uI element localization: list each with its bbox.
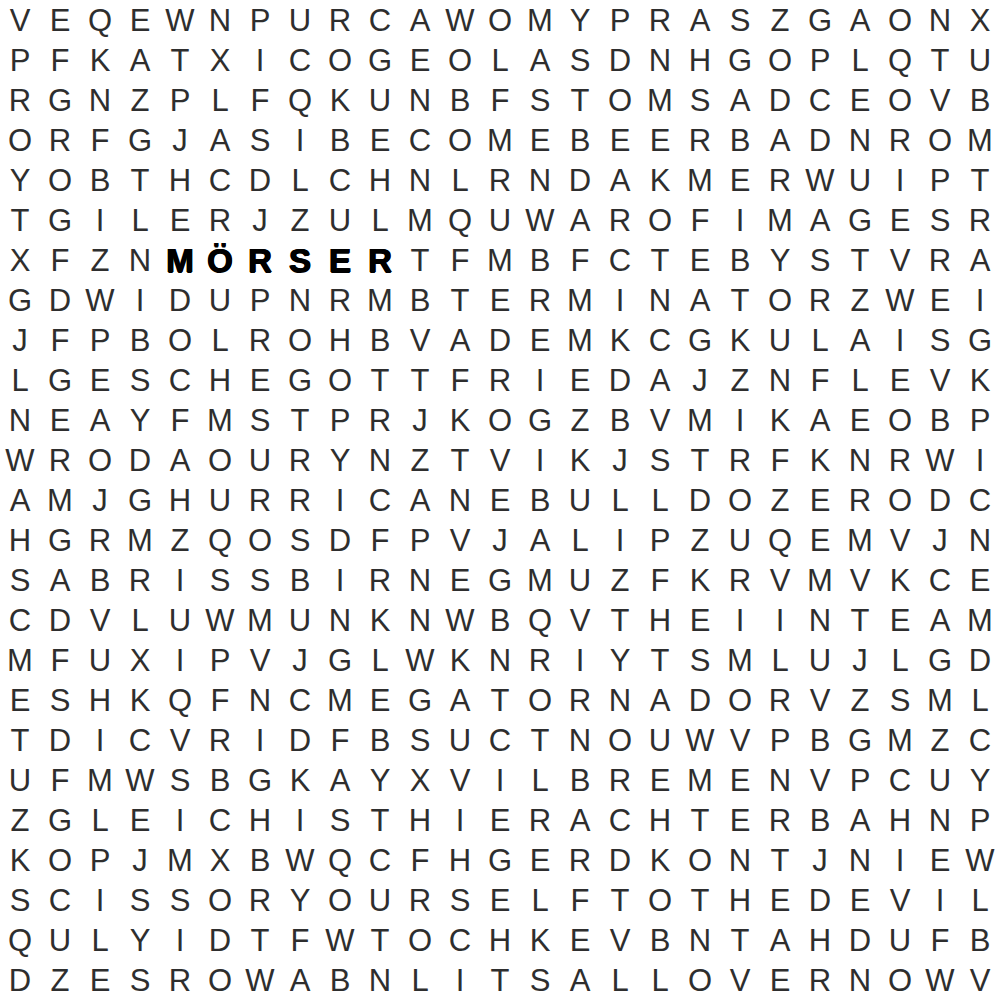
- grid-cell[interactable]: L: [360, 640, 400, 680]
- grid-cell[interactable]: F: [400, 840, 440, 880]
- grid-cell[interactable]: U: [240, 440, 280, 480]
- grid-cell[interactable]: S: [560, 40, 600, 80]
- grid-cell[interactable]: U: [360, 80, 400, 120]
- grid-cell[interactable]: B: [280, 560, 320, 600]
- grid-cell[interactable]: H: [360, 160, 400, 200]
- grid-cell[interactable]: I: [80, 720, 120, 760]
- grid-cell[interactable]: T: [440, 440, 480, 480]
- grid-cell[interactable]: F: [280, 920, 320, 960]
- grid-cell[interactable]: E: [160, 200, 200, 240]
- grid-cell[interactable]: W: [240, 960, 280, 1000]
- grid-cell[interactable]: G: [240, 760, 280, 800]
- grid-cell[interactable]: S: [680, 640, 720, 680]
- grid-cell[interactable]: Z: [0, 800, 40, 840]
- grid-cell[interactable]: U: [880, 920, 920, 960]
- grid-cell[interactable]: E: [240, 360, 280, 400]
- grid-cell[interactable]: Z: [920, 720, 960, 760]
- grid-cell[interactable]: H: [880, 800, 920, 840]
- grid-cell[interactable]: R: [760, 160, 800, 200]
- grid-cell[interactable]: C: [800, 80, 840, 120]
- grid-cell[interactable]: P: [960, 400, 1000, 440]
- grid-cell[interactable]: W: [520, 200, 560, 240]
- grid-cell[interactable]: M: [960, 600, 1000, 640]
- grid-cell[interactable]: K: [560, 440, 600, 480]
- grid-cell[interactable]: H: [440, 840, 480, 880]
- grid-cell[interactable]: E: [880, 600, 920, 640]
- grid-cell[interactable]: A: [560, 200, 600, 240]
- grid-cell[interactable]: T: [600, 600, 640, 640]
- grid-cell[interactable]: A: [0, 480, 40, 520]
- grid-cell[interactable]: B: [800, 720, 840, 760]
- grid-cell-highlighted[interactable]: R: [240, 240, 280, 280]
- grid-cell[interactable]: A: [400, 0, 440, 40]
- grid-cell[interactable]: M: [960, 120, 1000, 160]
- grid-cell[interactable]: P: [920, 160, 960, 200]
- grid-cell[interactable]: T: [240, 920, 280, 960]
- grid-cell[interactable]: G: [40, 200, 80, 240]
- grid-cell[interactable]: L: [600, 960, 640, 1000]
- grid-cell[interactable]: O: [80, 440, 120, 480]
- grid-cell[interactable]: E: [360, 680, 400, 720]
- grid-cell[interactable]: I: [600, 280, 640, 320]
- grid-cell[interactable]: R: [200, 200, 240, 240]
- grid-cell[interactable]: I: [720, 400, 760, 440]
- grid-cell[interactable]: Z: [760, 0, 800, 40]
- grid-cell[interactable]: A: [440, 320, 480, 360]
- grid-cell[interactable]: J: [480, 520, 520, 560]
- grid-cell[interactable]: D: [200, 920, 240, 960]
- grid-cell[interactable]: R: [400, 880, 440, 920]
- grid-cell[interactable]: A: [560, 800, 600, 840]
- grid-cell[interactable]: F: [80, 120, 120, 160]
- grid-cell[interactable]: F: [560, 240, 600, 280]
- grid-cell[interactable]: P: [200, 640, 240, 680]
- grid-cell[interactable]: Z: [560, 400, 600, 440]
- grid-cell[interactable]: M: [680, 400, 720, 440]
- grid-cell[interactable]: U: [840, 160, 880, 200]
- grid-cell[interactable]: R: [160, 960, 200, 1000]
- grid-cell[interactable]: K: [80, 40, 120, 80]
- grid-cell[interactable]: A: [800, 400, 840, 440]
- grid-cell[interactable]: S: [680, 80, 720, 120]
- grid-cell[interactable]: E: [880, 360, 920, 400]
- grid-cell[interactable]: P: [960, 800, 1000, 840]
- grid-cell[interactable]: R: [480, 360, 520, 400]
- grid-cell[interactable]: M: [680, 160, 720, 200]
- grid-cell[interactable]: S: [920, 200, 960, 240]
- grid-cell[interactable]: O: [880, 400, 920, 440]
- grid-cell[interactable]: Z: [720, 360, 760, 400]
- grid-cell[interactable]: V: [920, 360, 960, 400]
- grid-cell[interactable]: A: [40, 560, 80, 600]
- grid-cell[interactable]: A: [680, 0, 720, 40]
- grid-cell[interactable]: N: [480, 640, 520, 680]
- grid-cell[interactable]: U: [0, 760, 40, 800]
- grid-cell[interactable]: H: [160, 480, 200, 520]
- grid-cell[interactable]: R: [280, 480, 320, 520]
- grid-cell[interactable]: B: [720, 240, 760, 280]
- grid-cell[interactable]: N: [360, 440, 400, 480]
- grid-cell[interactable]: L: [520, 880, 560, 920]
- grid-cell[interactable]: D: [600, 40, 640, 80]
- grid-cell[interactable]: P: [600, 0, 640, 40]
- grid-cell[interactable]: S: [240, 120, 280, 160]
- grid-cell[interactable]: F: [480, 80, 520, 120]
- grid-cell[interactable]: N: [760, 760, 800, 800]
- grid-cell[interactable]: C: [960, 720, 1000, 760]
- grid-cell[interactable]: R: [520, 280, 560, 320]
- grid-cell[interactable]: V: [80, 600, 120, 640]
- grid-cell[interactable]: C: [360, 480, 400, 520]
- grid-cell[interactable]: E: [600, 120, 640, 160]
- grid-cell[interactable]: F: [640, 560, 680, 600]
- grid-cell[interactable]: B: [640, 920, 680, 960]
- grid-cell[interactable]: R: [480, 160, 520, 200]
- grid-cell[interactable]: K: [280, 760, 320, 800]
- grid-cell[interactable]: E: [440, 560, 480, 600]
- grid-cell-highlighted[interactable]: S: [280, 240, 320, 280]
- grid-cell[interactable]: E: [840, 400, 880, 440]
- grid-cell[interactable]: Z: [760, 480, 800, 520]
- grid-cell[interactable]: T: [520, 720, 560, 760]
- grid-cell[interactable]: S: [120, 960, 160, 1000]
- grid-cell[interactable]: M: [80, 760, 120, 800]
- grid-cell[interactable]: C: [320, 160, 360, 200]
- grid-cell[interactable]: D: [800, 120, 840, 160]
- grid-cell[interactable]: K: [800, 440, 840, 480]
- grid-cell[interactable]: E: [840, 880, 880, 920]
- grid-cell[interactable]: Z: [280, 200, 320, 240]
- grid-cell[interactable]: R: [720, 560, 760, 600]
- grid-cell[interactable]: O: [760, 280, 800, 320]
- grid-cell[interactable]: A: [520, 40, 560, 80]
- grid-cell[interactable]: T: [640, 640, 680, 680]
- grid-cell[interactable]: R: [840, 480, 880, 520]
- grid-cell[interactable]: C: [880, 760, 920, 800]
- grid-cell[interactable]: W: [440, 0, 480, 40]
- grid-cell[interactable]: E: [760, 880, 800, 920]
- grid-cell[interactable]: D: [40, 280, 80, 320]
- grid-cell[interactable]: H: [0, 520, 40, 560]
- grid-cell[interactable]: O: [720, 680, 760, 720]
- grid-cell[interactable]: W: [920, 960, 960, 1000]
- grid-cell[interactable]: G: [120, 480, 160, 520]
- grid-cell[interactable]: C: [0, 600, 40, 640]
- grid-cell[interactable]: G: [800, 0, 840, 40]
- grid-cell[interactable]: M: [240, 600, 280, 640]
- grid-cell[interactable]: A: [160, 440, 200, 480]
- grid-cell[interactable]: M: [0, 640, 40, 680]
- grid-cell[interactable]: M: [720, 640, 760, 680]
- grid-cell[interactable]: U: [280, 600, 320, 640]
- grid-cell[interactable]: N: [680, 920, 720, 960]
- grid-cell[interactable]: V: [560, 600, 600, 640]
- grid-cell[interactable]: S: [280, 520, 320, 560]
- grid-cell[interactable]: R: [920, 240, 960, 280]
- grid-cell[interactable]: A: [520, 520, 560, 560]
- grid-cell[interactable]: Z: [120, 80, 160, 120]
- grid-cell[interactable]: K: [120, 680, 160, 720]
- grid-cell[interactable]: R: [0, 80, 40, 120]
- grid-cell[interactable]: E: [560, 920, 600, 960]
- grid-cell[interactable]: R: [760, 800, 800, 840]
- grid-cell[interactable]: R: [560, 680, 600, 720]
- grid-cell[interactable]: I: [520, 440, 560, 480]
- grid-cell[interactable]: S: [40, 680, 80, 720]
- grid-cell[interactable]: O: [880, 960, 920, 1000]
- grid-cell[interactable]: T: [360, 800, 400, 840]
- grid-cell[interactable]: N: [960, 520, 1000, 560]
- grid-cell[interactable]: G: [840, 200, 880, 240]
- grid-cell[interactable]: O: [440, 120, 480, 160]
- grid-cell[interactable]: B: [600, 400, 640, 440]
- grid-cell[interactable]: B: [320, 960, 360, 1000]
- grid-cell[interactable]: V: [480, 440, 520, 480]
- grid-cell[interactable]: D: [480, 320, 520, 360]
- grid-cell[interactable]: J: [240, 200, 280, 240]
- grid-cell[interactable]: V: [880, 520, 920, 560]
- grid-cell[interactable]: V: [440, 760, 480, 800]
- grid-cell[interactable]: P: [80, 320, 120, 360]
- grid-cell[interactable]: L: [520, 760, 560, 800]
- grid-cell[interactable]: L: [800, 320, 840, 360]
- grid-cell[interactable]: E: [520, 320, 560, 360]
- grid-cell[interactable]: Y: [960, 760, 1000, 800]
- grid-cell[interactable]: U: [960, 40, 1000, 80]
- grid-cell[interactable]: E: [120, 0, 160, 40]
- grid-cell[interactable]: S: [0, 560, 40, 600]
- grid-cell[interactable]: X: [960, 0, 1000, 40]
- grid-cell[interactable]: L: [640, 480, 680, 520]
- grid-cell[interactable]: R: [960, 200, 1000, 240]
- grid-cell[interactable]: I: [880, 160, 920, 200]
- grid-cell[interactable]: I: [440, 800, 480, 840]
- grid-cell[interactable]: M: [520, 0, 560, 40]
- grid-cell[interactable]: S: [720, 0, 760, 40]
- grid-cell[interactable]: O: [680, 840, 720, 880]
- grid-cell[interactable]: R: [240, 880, 280, 920]
- grid-cell[interactable]: K: [760, 400, 800, 440]
- grid-cell[interactable]: G: [400, 680, 440, 720]
- grid-cell[interactable]: F: [800, 360, 840, 400]
- grid-cell[interactable]: E: [720, 800, 760, 840]
- grid-cell[interactable]: D: [680, 480, 720, 520]
- grid-cell[interactable]: R: [200, 720, 240, 760]
- grid-cell[interactable]: Q: [520, 600, 560, 640]
- grid-cell[interactable]: B: [800, 800, 840, 840]
- grid-cell[interactable]: D: [960, 640, 1000, 680]
- grid-cell[interactable]: S: [520, 80, 560, 120]
- grid-cell[interactable]: U: [920, 760, 960, 800]
- grid-cell[interactable]: U: [40, 920, 80, 960]
- grid-cell[interactable]: R: [40, 120, 80, 160]
- grid-cell[interactable]: U: [800, 640, 840, 680]
- grid-cell[interactable]: L: [280, 160, 320, 200]
- grid-cell[interactable]: L: [840, 360, 880, 400]
- grid-cell[interactable]: M: [680, 760, 720, 800]
- grid-cell[interactable]: K: [520, 920, 560, 960]
- grid-cell[interactable]: U: [80, 640, 120, 680]
- grid-cell[interactable]: M: [480, 120, 520, 160]
- grid-cell[interactable]: E: [120, 800, 160, 840]
- grid-cell[interactable]: S: [440, 880, 480, 920]
- grid-cell[interactable]: E: [680, 600, 720, 640]
- grid-cell[interactable]: V: [840, 560, 880, 600]
- grid-cell[interactable]: L: [120, 200, 160, 240]
- grid-cell[interactable]: O: [440, 40, 480, 80]
- grid-cell[interactable]: U: [640, 720, 680, 760]
- grid-cell[interactable]: T: [840, 240, 880, 280]
- grid-cell[interactable]: G: [280, 360, 320, 400]
- grid-cell[interactable]: F: [920, 920, 960, 960]
- grid-cell[interactable]: Y: [120, 920, 160, 960]
- grid-cell[interactable]: F: [680, 200, 720, 240]
- grid-cell[interactable]: N: [920, 0, 960, 40]
- grid-cell[interactable]: E: [720, 760, 760, 800]
- grid-cell[interactable]: I: [240, 40, 280, 80]
- grid-cell[interactable]: K: [440, 640, 480, 680]
- grid-cell[interactable]: A: [200, 120, 240, 160]
- grid-cell[interactable]: B: [920, 400, 960, 440]
- grid-cell[interactable]: P: [760, 720, 800, 760]
- grid-cell[interactable]: O: [200, 960, 240, 1000]
- grid-cell[interactable]: E: [640, 760, 680, 800]
- grid-cell[interactable]: I: [160, 560, 200, 600]
- grid-cell[interactable]: D: [920, 480, 960, 520]
- grid-cell[interactable]: V: [400, 320, 440, 360]
- grid-cell[interactable]: Q: [280, 80, 320, 120]
- grid-cell[interactable]: Y: [760, 240, 800, 280]
- grid-cell[interactable]: H: [800, 920, 840, 960]
- grid-cell[interactable]: N: [400, 600, 440, 640]
- grid-cell[interactable]: W: [880, 280, 920, 320]
- grid-cell[interactable]: B: [320, 120, 360, 160]
- grid-cell[interactable]: D: [840, 920, 880, 960]
- grid-cell[interactable]: E: [480, 480, 520, 520]
- grid-cell[interactable]: B: [960, 920, 1000, 960]
- grid-cell[interactable]: L: [640, 960, 680, 1000]
- grid-cell[interactable]: Q: [440, 200, 480, 240]
- grid-cell[interactable]: G: [0, 280, 40, 320]
- grid-cell[interactable]: I: [880, 840, 920, 880]
- grid-cell[interactable]: R: [880, 120, 920, 160]
- grid-cell[interactable]: C: [440, 920, 480, 960]
- grid-cell[interactable]: J: [120, 840, 160, 880]
- grid-cell[interactable]: I: [280, 800, 320, 840]
- grid-cell[interactable]: K: [720, 320, 760, 360]
- grid-cell[interactable]: T: [680, 800, 720, 840]
- grid-cell[interactable]: S: [160, 880, 200, 920]
- grid-cell[interactable]: N: [440, 480, 480, 520]
- grid-cell[interactable]: M: [880, 720, 920, 760]
- grid-cell-highlighted[interactable]: Ö: [200, 240, 240, 280]
- grid-cell[interactable]: E: [480, 880, 520, 920]
- grid-cell[interactable]: A: [920, 600, 960, 640]
- grid-cell[interactable]: O: [760, 40, 800, 80]
- grid-cell[interactable]: N: [600, 680, 640, 720]
- grid-cell[interactable]: Y: [280, 880, 320, 920]
- grid-cell[interactable]: H: [680, 40, 720, 80]
- grid-cell[interactable]: B: [80, 160, 120, 200]
- grid-cell[interactable]: N: [920, 800, 960, 840]
- grid-cell[interactable]: O: [200, 880, 240, 920]
- grid-cell[interactable]: K: [680, 560, 720, 600]
- grid-cell[interactable]: C: [480, 720, 520, 760]
- grid-cell[interactable]: D: [120, 440, 160, 480]
- grid-cell[interactable]: T: [560, 80, 600, 120]
- grid-cell[interactable]: U: [560, 560, 600, 600]
- grid-cell[interactable]: J: [280, 640, 320, 680]
- grid-cell[interactable]: L: [400, 960, 440, 1000]
- grid-cell[interactable]: F: [40, 640, 80, 680]
- grid-cell[interactable]: M: [40, 480, 80, 520]
- grid-cell[interactable]: N: [120, 240, 160, 280]
- grid-cell[interactable]: Y: [600, 640, 640, 680]
- grid-cell[interactable]: E: [720, 160, 760, 200]
- grid-cell[interactable]: I: [80, 880, 120, 920]
- grid-cell[interactable]: N: [280, 280, 320, 320]
- grid-cell[interactable]: E: [480, 280, 520, 320]
- grid-cell[interactable]: U: [280, 0, 320, 40]
- grid-cell[interactable]: M: [320, 680, 360, 720]
- grid-cell[interactable]: C: [160, 360, 200, 400]
- grid-cell[interactable]: Z: [600, 560, 640, 600]
- grid-cell[interactable]: A: [800, 200, 840, 240]
- grid-cell[interactable]: O: [680, 960, 720, 1000]
- grid-cell[interactable]: N: [760, 360, 800, 400]
- grid-cell[interactable]: I: [440, 960, 480, 1000]
- grid-cell[interactable]: M: [360, 280, 400, 320]
- grid-cell[interactable]: W: [320, 920, 360, 960]
- grid-cell[interactable]: T: [280, 400, 320, 440]
- grid-cell[interactable]: H: [80, 680, 120, 720]
- grid-cell[interactable]: E: [760, 960, 800, 1000]
- grid-cell[interactable]: S: [320, 800, 360, 840]
- grid-cell[interactable]: D: [680, 680, 720, 720]
- grid-cell[interactable]: G: [120, 120, 160, 160]
- grid-cell[interactable]: W: [680, 720, 720, 760]
- grid-cell[interactable]: N: [320, 600, 360, 640]
- grid-cell[interactable]: B: [520, 240, 560, 280]
- grid-cell[interactable]: L: [880, 640, 920, 680]
- grid-cell[interactable]: M: [560, 280, 600, 320]
- grid-cell[interactable]: J: [80, 480, 120, 520]
- grid-cell[interactable]: O: [0, 120, 40, 160]
- grid-cell[interactable]: S: [240, 560, 280, 600]
- grid-cell[interactable]: T: [640, 240, 680, 280]
- grid-cell[interactable]: K: [360, 600, 400, 640]
- grid-cell[interactable]: W: [0, 440, 40, 480]
- grid-cell[interactable]: E: [840, 80, 880, 120]
- grid-cell[interactable]: M: [640, 80, 680, 120]
- grid-cell[interactable]: H: [720, 880, 760, 920]
- grid-cell[interactable]: N: [720, 840, 760, 880]
- grid-cell[interactable]: E: [40, 400, 80, 440]
- grid-cell[interactable]: I: [600, 520, 640, 560]
- grid-cell[interactable]: R: [120, 560, 160, 600]
- grid-cell[interactable]: R: [520, 800, 560, 840]
- grid-cell[interactable]: R: [360, 560, 400, 600]
- grid-cell[interactable]: L: [960, 880, 1000, 920]
- grid-cell[interactable]: T: [680, 440, 720, 480]
- grid-cell[interactable]: T: [400, 360, 440, 400]
- grid-cell[interactable]: R: [800, 280, 840, 320]
- grid-cell[interactable]: E: [0, 680, 40, 720]
- grid-cell[interactable]: R: [240, 480, 280, 520]
- grid-cell[interactable]: J: [600, 440, 640, 480]
- grid-cell[interactable]: H: [640, 800, 680, 840]
- grid-cell[interactable]: W: [120, 760, 160, 800]
